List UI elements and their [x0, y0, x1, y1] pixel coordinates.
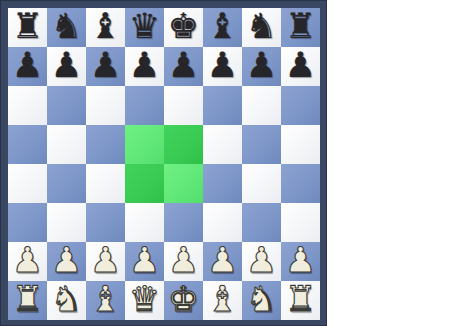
square-h4[interactable] — [281, 164, 320, 203]
piece-black-queen[interactable]: ♛ — [129, 7, 160, 46]
piece-black-king[interactable]: ♚ — [168, 7, 199, 46]
square-g2[interactable]: ♟ — [242, 242, 281, 281]
square-c6[interactable] — [86, 86, 125, 125]
square-h5[interactable] — [281, 125, 320, 164]
square-h2[interactable]: ♟ — [281, 242, 320, 281]
square-e7[interactable]: ♟ — [164, 47, 203, 86]
piece-black-pawn[interactable]: ♟ — [168, 46, 199, 85]
square-g8[interactable]: ♞ — [242, 8, 281, 47]
square-f3[interactable] — [203, 203, 242, 242]
square-a2[interactable]: ♟ — [8, 242, 47, 281]
square-g7[interactable]: ♟ — [242, 47, 281, 86]
piece-white-pawn[interactable]: ♟ — [246, 241, 277, 280]
square-h3[interactable] — [281, 203, 320, 242]
piece-black-rook[interactable]: ♜ — [285, 7, 316, 46]
square-c4[interactable] — [86, 164, 125, 203]
piece-black-rook[interactable]: ♜ — [12, 7, 43, 46]
piece-black-pawn[interactable]: ♟ — [207, 46, 238, 85]
square-b6[interactable] — [47, 86, 86, 125]
square-e8[interactable]: ♚ — [164, 8, 203, 47]
square-e1[interactable]: ♚ — [164, 281, 203, 320]
square-g1[interactable]: ♞ — [242, 281, 281, 320]
square-e3[interactable] — [164, 203, 203, 242]
piece-white-bishop[interactable]: ♝ — [207, 280, 238, 319]
square-f4[interactable] — [203, 164, 242, 203]
square-c3[interactable] — [86, 203, 125, 242]
piece-white-pawn[interactable]: ♟ — [207, 241, 238, 280]
piece-black-bishop[interactable]: ♝ — [90, 7, 121, 46]
square-d6[interactable] — [125, 86, 164, 125]
square-b3[interactable] — [47, 203, 86, 242]
piece-white-rook[interactable]: ♜ — [285, 280, 316, 319]
square-h6[interactable] — [281, 86, 320, 125]
square-b5[interactable] — [47, 125, 86, 164]
square-e6[interactable] — [164, 86, 203, 125]
square-d7[interactable]: ♟ — [125, 47, 164, 86]
square-f6[interactable] — [203, 86, 242, 125]
piece-black-pawn[interactable]: ♟ — [285, 46, 316, 85]
square-a6[interactable] — [8, 86, 47, 125]
square-b7[interactable]: ♟ — [47, 47, 86, 86]
square-c1[interactable]: ♝ — [86, 281, 125, 320]
piece-white-pawn[interactable]: ♟ — [168, 241, 199, 280]
square-b8[interactable]: ♞ — [47, 8, 86, 47]
piece-white-bishop[interactable]: ♝ — [90, 280, 121, 319]
square-d1[interactable]: ♛ — [125, 281, 164, 320]
square-g4[interactable] — [242, 164, 281, 203]
square-d2[interactable]: ♟ — [125, 242, 164, 281]
square-a8[interactable]: ♜ — [8, 8, 47, 47]
piece-black-pawn[interactable]: ♟ — [12, 46, 43, 85]
square-b4[interactable] — [47, 164, 86, 203]
chess-board-frame: ♜♞♝♛♚♝♞♜♟♟♟♟♟♟♟♟♟♟♟♟♟♟♟♟♜♞♝♛♚♝♞♜ — [0, 0, 327, 326]
square-a7[interactable]: ♟ — [8, 47, 47, 86]
piece-white-queen[interactable]: ♛ — [129, 280, 160, 319]
square-a3[interactable] — [8, 203, 47, 242]
square-a5[interactable] — [8, 125, 47, 164]
square-h1[interactable]: ♜ — [281, 281, 320, 320]
piece-white-pawn[interactable]: ♟ — [129, 241, 160, 280]
piece-white-rook[interactable]: ♜ — [12, 280, 43, 319]
square-f7[interactable]: ♟ — [203, 47, 242, 86]
square-c5[interactable] — [86, 125, 125, 164]
chess-board[interactable]: ♜♞♝♛♚♝♞♜♟♟♟♟♟♟♟♟♟♟♟♟♟♟♟♟♜♞♝♛♚♝♞♜ — [8, 8, 320, 320]
square-h7[interactable]: ♟ — [281, 47, 320, 86]
square-g3[interactable] — [242, 203, 281, 242]
square-d4[interactable] — [125, 164, 164, 203]
piece-white-knight[interactable]: ♞ — [246, 280, 277, 319]
square-e5[interactable] — [164, 125, 203, 164]
square-d3[interactable] — [125, 203, 164, 242]
piece-black-pawn[interactable]: ♟ — [129, 46, 160, 85]
piece-white-pawn[interactable]: ♟ — [12, 241, 43, 280]
square-b2[interactable]: ♟ — [47, 242, 86, 281]
square-e2[interactable]: ♟ — [164, 242, 203, 281]
square-b1[interactable]: ♞ — [47, 281, 86, 320]
square-d5[interactable] — [125, 125, 164, 164]
square-c2[interactable]: ♟ — [86, 242, 125, 281]
square-f2[interactable]: ♟ — [203, 242, 242, 281]
piece-black-bishop[interactable]: ♝ — [207, 7, 238, 46]
square-c8[interactable]: ♝ — [86, 8, 125, 47]
square-c7[interactable]: ♟ — [86, 47, 125, 86]
piece-white-pawn[interactable]: ♟ — [51, 241, 82, 280]
square-f5[interactable] — [203, 125, 242, 164]
square-g6[interactable] — [242, 86, 281, 125]
piece-white-pawn[interactable]: ♟ — [90, 241, 121, 280]
page-background: ♜♞♝♛♚♝♞♜♟♟♟♟♟♟♟♟♟♟♟♟♟♟♟♟♜♞♝♛♚♝♞♜ — [0, 0, 474, 326]
square-f8[interactable]: ♝ — [203, 8, 242, 47]
piece-white-knight[interactable]: ♞ — [51, 280, 82, 319]
piece-black-knight[interactable]: ♞ — [246, 7, 277, 46]
piece-black-pawn[interactable]: ♟ — [246, 46, 277, 85]
square-d8[interactable]: ♛ — [125, 8, 164, 47]
piece-white-pawn[interactable]: ♟ — [285, 241, 316, 280]
square-e4[interactable] — [164, 164, 203, 203]
square-g5[interactable] — [242, 125, 281, 164]
square-a4[interactable] — [8, 164, 47, 203]
piece-black-pawn[interactable]: ♟ — [90, 46, 121, 85]
piece-black-pawn[interactable]: ♟ — [51, 46, 82, 85]
piece-black-knight[interactable]: ♞ — [51, 7, 82, 46]
piece-white-king[interactable]: ♚ — [168, 280, 199, 319]
square-a1[interactable]: ♜ — [8, 281, 47, 320]
square-f1[interactable]: ♝ — [203, 281, 242, 320]
square-h8[interactable]: ♜ — [281, 8, 320, 47]
